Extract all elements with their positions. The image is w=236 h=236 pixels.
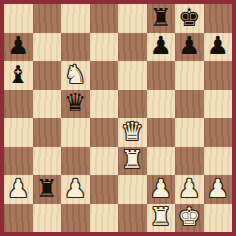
square-g5[interactable] — [175, 90, 204, 119]
square-f6[interactable] — [147, 61, 176, 90]
square-b6[interactable] — [33, 61, 62, 90]
square-c4[interactable] — [61, 118, 90, 147]
chess-board-frame: ♜♚♟♟♟♟♝♞♛♛♜♟♜♟♟♟♟♜♚ — [0, 0, 236, 236]
square-a1[interactable] — [4, 204, 33, 233]
white-pawn-g2[interactable]: ♟ — [178, 176, 200, 201]
black-bishop-a6[interactable]: ♝ — [7, 62, 29, 87]
square-e4[interactable]: ♛ — [118, 118, 147, 147]
square-g4[interactable] — [175, 118, 204, 147]
white-pawn-c2[interactable]: ♟ — [64, 176, 86, 201]
black-pawn-a7[interactable]: ♟ — [7, 33, 29, 58]
square-e2[interactable] — [118, 175, 147, 204]
square-b2[interactable]: ♜ — [33, 175, 62, 204]
black-queen-c5[interactable]: ♛ — [64, 90, 86, 115]
square-a8[interactable] — [4, 4, 33, 33]
square-d3[interactable] — [90, 147, 119, 176]
white-king-g1[interactable]: ♚ — [178, 204, 200, 229]
square-h8[interactable] — [204, 4, 233, 33]
square-a7[interactable]: ♟ — [4, 33, 33, 62]
square-g3[interactable] — [175, 147, 204, 176]
square-b7[interactable] — [33, 33, 62, 62]
black-king-g8[interactable]: ♚ — [178, 5, 200, 30]
square-a4[interactable] — [4, 118, 33, 147]
square-d2[interactable] — [90, 175, 119, 204]
square-d1[interactable] — [90, 204, 119, 233]
square-c5[interactable]: ♛ — [61, 90, 90, 119]
square-d7[interactable] — [90, 33, 119, 62]
square-h1[interactable] — [204, 204, 233, 233]
square-h4[interactable] — [204, 118, 233, 147]
white-rook-e3[interactable]: ♜ — [121, 147, 143, 172]
chess-board: ♜♚♟♟♟♟♝♞♛♛♜♟♜♟♟♟♟♜♚ — [4, 4, 232, 232]
square-h3[interactable] — [204, 147, 233, 176]
square-a5[interactable] — [4, 90, 33, 119]
square-f7[interactable]: ♟ — [147, 33, 176, 62]
square-f4[interactable] — [147, 118, 176, 147]
square-b5[interactable] — [33, 90, 62, 119]
square-h6[interactable] — [204, 61, 233, 90]
square-f5[interactable] — [147, 90, 176, 119]
square-f1[interactable]: ♜ — [147, 204, 176, 233]
square-e1[interactable] — [118, 204, 147, 233]
square-d8[interactable] — [90, 4, 119, 33]
black-pawn-f7[interactable]: ♟ — [150, 33, 172, 58]
square-h2[interactable]: ♟ — [204, 175, 233, 204]
white-pawn-h2[interactable]: ♟ — [207, 176, 229, 201]
white-pawn-f2[interactable]: ♟ — [150, 176, 172, 201]
square-e6[interactable] — [118, 61, 147, 90]
square-d4[interactable] — [90, 118, 119, 147]
square-d6[interactable] — [90, 61, 119, 90]
square-e3[interactable]: ♜ — [118, 147, 147, 176]
square-f3[interactable] — [147, 147, 176, 176]
black-pawn-g7[interactable]: ♟ — [178, 33, 200, 58]
square-f8[interactable]: ♜ — [147, 4, 176, 33]
square-b1[interactable] — [33, 204, 62, 233]
square-g2[interactable]: ♟ — [175, 175, 204, 204]
square-g8[interactable]: ♚ — [175, 4, 204, 33]
square-g1[interactable]: ♚ — [175, 204, 204, 233]
square-c3[interactable] — [61, 147, 90, 176]
square-c8[interactable] — [61, 4, 90, 33]
square-h5[interactable] — [204, 90, 233, 119]
square-b4[interactable] — [33, 118, 62, 147]
square-b3[interactable] — [33, 147, 62, 176]
black-rook-b2[interactable]: ♜ — [36, 176, 58, 201]
square-g6[interactable] — [175, 61, 204, 90]
square-g7[interactable]: ♟ — [175, 33, 204, 62]
square-c2[interactable]: ♟ — [61, 175, 90, 204]
square-e8[interactable] — [118, 4, 147, 33]
white-knight-c6[interactable]: ♞ — [64, 62, 86, 87]
square-a2[interactable]: ♟ — [4, 175, 33, 204]
square-c6[interactable]: ♞ — [61, 61, 90, 90]
square-b8[interactable] — [33, 4, 62, 33]
square-a6[interactable]: ♝ — [4, 61, 33, 90]
square-c1[interactable] — [61, 204, 90, 233]
square-e5[interactable] — [118, 90, 147, 119]
square-a3[interactable] — [4, 147, 33, 176]
white-rook-f1[interactable]: ♜ — [150, 204, 172, 229]
square-h7[interactable]: ♟ — [204, 33, 233, 62]
white-pawn-a2[interactable]: ♟ — [7, 176, 29, 201]
black-rook-f8[interactable]: ♜ — [150, 5, 172, 30]
white-queen-e4[interactable]: ♛ — [121, 119, 143, 144]
square-d5[interactable] — [90, 90, 119, 119]
square-e7[interactable] — [118, 33, 147, 62]
square-f2[interactable]: ♟ — [147, 175, 176, 204]
square-c7[interactable] — [61, 33, 90, 62]
black-pawn-h7[interactable]: ♟ — [207, 33, 229, 58]
